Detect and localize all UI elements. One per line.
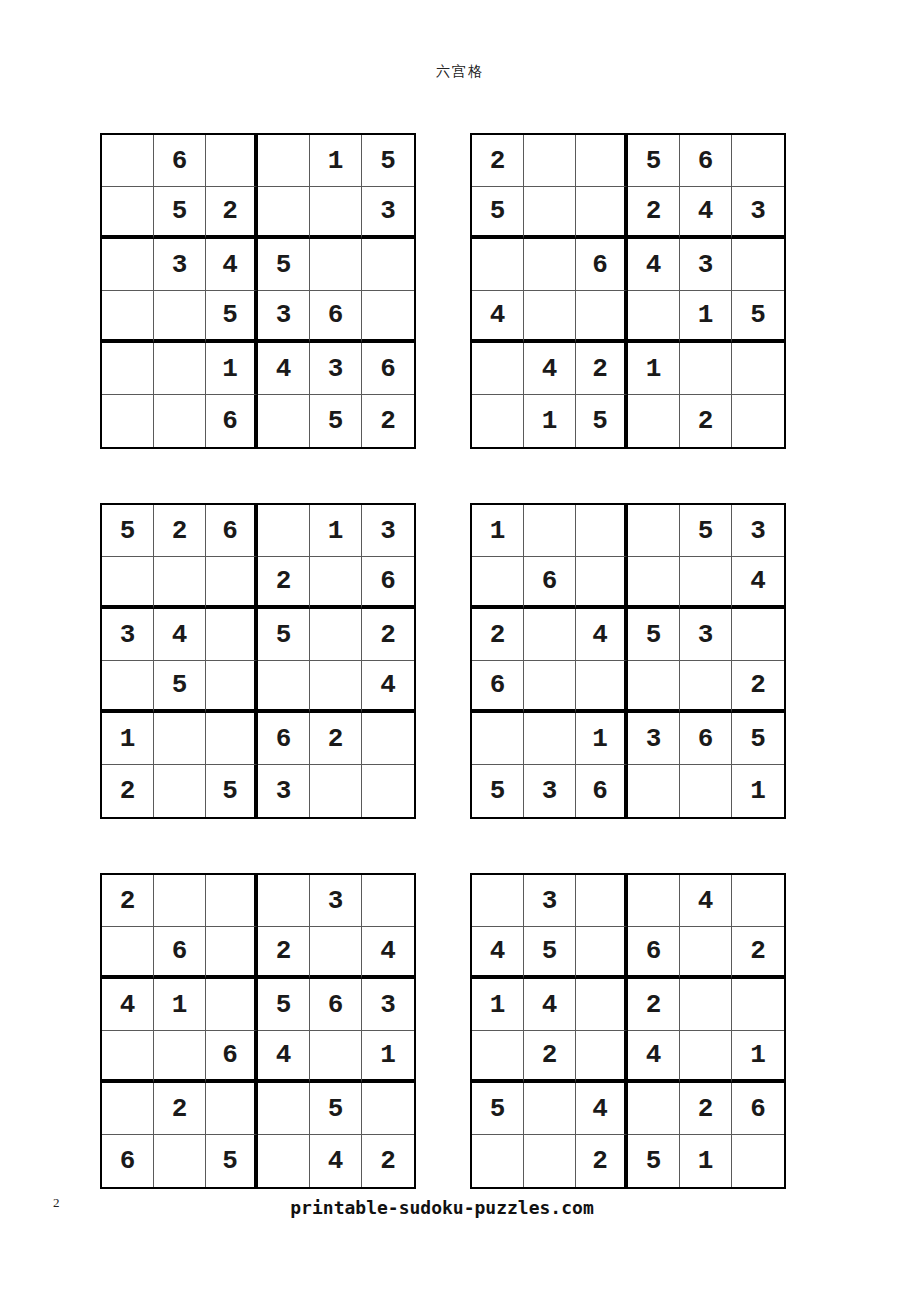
puzzle-1-cell-r5c6: 6 [362,343,414,395]
puzzle-2-cell-r4c3 [576,291,628,343]
puzzle-1-cell-r3c1 [102,239,154,291]
puzzle-1-cell-r5c1 [102,343,154,395]
puzzle-3-cell-r2c1 [102,557,154,609]
puzzle-4-cell-r3c2 [524,609,576,661]
puzzle-5-cell-r5c5: 5 [310,1083,362,1135]
puzzle-2-cell-r3c6 [732,239,784,291]
puzzle-1-cell-r6c5: 5 [310,395,362,447]
puzzle-2-cell-r4c2 [524,291,576,343]
puzzle-6-cell-r1c5: 4 [680,875,732,927]
puzzle-5-cell-r5c3 [206,1083,258,1135]
puzzle-2-cell-r6c6 [732,395,784,447]
puzzle-5-cell-r2c4: 2 [258,927,310,979]
puzzle-1-cell-r3c2: 3 [154,239,206,291]
puzzle-5-cell-r5c2: 2 [154,1083,206,1135]
puzzle-6-cell-r3c2: 4 [524,979,576,1031]
puzzle-1-cell-r1c4 [258,135,310,187]
puzzle-4-cell-r5c6: 5 [732,713,784,765]
puzzle-5-cell-r6c1: 6 [102,1135,154,1187]
puzzle-6-cell-r5c2 [524,1083,576,1135]
puzzle-2-cell-r4c1: 4 [472,291,524,343]
puzzle-6-cell-r6c4: 5 [628,1135,680,1187]
puzzle-2-cell-r1c4: 5 [628,135,680,187]
puzzle-2-cell-r5c4: 1 [628,343,680,395]
footer-site-url: printable-sudoku-puzzles.com [0,1197,884,1218]
puzzle-4-cell-r6c6: 1 [732,765,784,817]
puzzle-2-cell-r6c2: 1 [524,395,576,447]
puzzle-2-cell-r5c2: 4 [524,343,576,395]
puzzle-4-cell-r3c1: 2 [472,609,524,661]
puzzle-4-cell-r2c1 [472,557,524,609]
puzzle-3-cell-r1c4 [258,505,310,557]
puzzle-2-cell-r2c2 [524,187,576,239]
puzzle-1-cell-r5c5: 3 [310,343,362,395]
puzzle-3-cell-r3c2: 4 [154,609,206,661]
puzzle-2-cell-r5c5 [680,343,732,395]
puzzle-4-cell-r5c5: 6 [680,713,732,765]
puzzle-4-cell-r6c4 [628,765,680,817]
puzzle-2-cell-r1c2 [524,135,576,187]
puzzle-1-cell-r1c2: 6 [154,135,206,187]
puzzle-4-cell-r1c5: 5 [680,505,732,557]
puzzle-6-cell-r1c6 [732,875,784,927]
puzzle-6-cell-r2c6: 2 [732,927,784,979]
puzzle-1-cell-r4c4: 3 [258,291,310,343]
puzzle-3-cell-r6c2 [154,765,206,817]
puzzle-6-cell-r3c6 [732,979,784,1031]
puzzle-5-cell-r4c5 [310,1031,362,1083]
puzzle-4-cell-r5c4: 3 [628,713,680,765]
puzzle-6-cell-r4c4: 4 [628,1031,680,1083]
puzzle-6-cell-r2c5 [680,927,732,979]
puzzle-2-cell-r3c5: 3 [680,239,732,291]
puzzle-3-cell-r3c1: 3 [102,609,154,661]
puzzle-4-cell-r4c2 [524,661,576,713]
puzzle-6-cell-r5c1: 5 [472,1083,524,1135]
puzzle-4-cell-r1c6: 3 [732,505,784,557]
puzzle-1-cell-r5c2 [154,343,206,395]
puzzle-5-cell-r1c5: 3 [310,875,362,927]
puzzle-4-cell-r6c5 [680,765,732,817]
puzzle-6-cell-r3c4: 2 [628,979,680,1031]
puzzle-5-cell-r5c6 [362,1083,414,1135]
puzzle-1-cell-r5c4: 4 [258,343,310,395]
puzzle-3-cell-r6c3: 5 [206,765,258,817]
puzzle-2-cell-r4c4 [628,291,680,343]
puzzle-3-cell-r1c1: 5 [102,505,154,557]
puzzle-6-cell-r2c2: 5 [524,927,576,979]
puzzle-5-cell-r5c1 [102,1083,154,1135]
puzzle-3-cell-r2c5 [310,557,362,609]
puzzle-4-cell-r1c4 [628,505,680,557]
puzzle-1-cell-r5c3: 1 [206,343,258,395]
puzzle-3-cell-r6c1: 2 [102,765,154,817]
puzzle-5-cell-r6c2 [154,1135,206,1187]
puzzle-2-cell-r4c6: 5 [732,291,784,343]
puzzle-5-cell-r6c5: 4 [310,1135,362,1187]
puzzle-4-cell-r1c2 [524,505,576,557]
puzzle-1-cell-r3c6 [362,239,414,291]
puzzle-5-cell-r3c4: 5 [258,979,310,1031]
puzzle-2-cell-r2c3 [576,187,628,239]
puzzle-5-cell-r3c3 [206,979,258,1031]
puzzle-2-cell-r1c5: 6 [680,135,732,187]
puzzle-1-cell-r4c2 [154,291,206,343]
puzzle-6-cell-r5c4 [628,1083,680,1135]
puzzle-3-cell-r5c6 [362,713,414,765]
puzzle-1-cell-r6c6: 2 [362,395,414,447]
puzzle-3-cell-r5c2 [154,713,206,765]
puzzle-5-cell-r6c3: 5 [206,1135,258,1187]
puzzle-6-cell-r1c1 [472,875,524,927]
puzzle-4-cell-r3c3: 4 [576,609,628,661]
puzzle-1-cell-r4c3: 5 [206,291,258,343]
puzzle-5-cell-r2c6: 4 [362,927,414,979]
printable-sudoku-page: 六宫格 6155233455361436652 2565243643415421… [0,0,920,1303]
puzzle-2-cell-r6c1 [472,395,524,447]
puzzle-5-cell-r1c3 [206,875,258,927]
puzzle-1-cell-r6c1 [102,395,154,447]
puzzle-grid-1: 6155233455361436652 [100,133,416,449]
puzzle-1-cell-r2c5 [310,187,362,239]
puzzle-2-cell-r3c1 [472,239,524,291]
puzzle-6-cell-r4c6: 1 [732,1031,784,1083]
puzzle-3-cell-r4c4 [258,661,310,713]
puzzle-5-cell-r3c1: 4 [102,979,154,1031]
puzzle-4-cell-r6c1: 5 [472,765,524,817]
puzzle-3-cell-r4c2: 5 [154,661,206,713]
puzzle-4-cell-r5c2 [524,713,576,765]
puzzle-5-cell-r2c3 [206,927,258,979]
puzzle-6-cell-r6c2 [524,1135,576,1187]
puzzle-6-cell-r4c3 [576,1031,628,1083]
puzzle-5-cell-r2c1 [102,927,154,979]
puzzle-1-cell-r6c4 [258,395,310,447]
puzzle-5-cell-r1c2 [154,875,206,927]
puzzle-1-cell-r4c1 [102,291,154,343]
puzzle-6-cell-r6c1 [472,1135,524,1187]
puzzle-6-cell-r6c5: 1 [680,1135,732,1187]
puzzle-5-cell-r6c4 [258,1135,310,1187]
puzzle-2-cell-r2c4: 2 [628,187,680,239]
puzzle-3-cell-r5c1: 1 [102,713,154,765]
puzzle-6-cell-r3c3 [576,979,628,1031]
puzzle-2-cell-r2c6: 3 [732,187,784,239]
puzzle-4-cell-r2c4 [628,557,680,609]
puzzle-3-cell-r3c6: 2 [362,609,414,661]
puzzle-3-cell-r6c5 [310,765,362,817]
puzzle-3-cell-r1c2: 2 [154,505,206,557]
puzzle-4-cell-r3c4: 5 [628,609,680,661]
puzzle-3-cell-r2c3 [206,557,258,609]
puzzle-4-cell-r4c1: 6 [472,661,524,713]
puzzle-4-cell-r2c6: 4 [732,557,784,609]
puzzle-4-cell-r4c3 [576,661,628,713]
puzzle-3-cell-r1c3: 6 [206,505,258,557]
puzzle-5-cell-r1c1: 2 [102,875,154,927]
puzzle-3-cell-r6c6 [362,765,414,817]
puzzle-1-cell-r2c4 [258,187,310,239]
puzzle-4-cell-r2c3 [576,557,628,609]
puzzle-4-cell-r4c6: 2 [732,661,784,713]
puzzle-5-cell-r3c5: 6 [310,979,362,1031]
puzzle-6-cell-r2c1: 4 [472,927,524,979]
puzzle-1-cell-r3c3: 4 [206,239,258,291]
puzzle-6-cell-r1c4 [628,875,680,927]
puzzle-1-cell-r2c1 [102,187,154,239]
puzzle-4-cell-r4c5 [680,661,732,713]
puzzle-4-cell-r1c3 [576,505,628,557]
puzzle-2-cell-r3c4: 4 [628,239,680,291]
puzzle-6-cell-r1c3 [576,875,628,927]
puzzle-3-cell-r4c3 [206,661,258,713]
puzzle-4-cell-r4c4 [628,661,680,713]
puzzle-1-cell-r1c1 [102,135,154,187]
puzzle-2-cell-r2c5: 4 [680,187,732,239]
puzzle-2-cell-r6c3: 5 [576,395,628,447]
puzzle-3-cell-r2c6: 6 [362,557,414,609]
puzzle-3-cell-r1c5: 1 [310,505,362,557]
puzzle-2-cell-r1c1: 2 [472,135,524,187]
puzzle-4-cell-r3c5: 3 [680,609,732,661]
puzzle-2-cell-r3c3: 6 [576,239,628,291]
puzzle-6-cell-r5c6: 6 [732,1083,784,1135]
puzzle-1-cell-r2c6: 3 [362,187,414,239]
puzzle-6-cell-r4c2: 2 [524,1031,576,1083]
puzzle-5-cell-r3c6: 3 [362,979,414,1031]
puzzle-5-cell-r4c2 [154,1031,206,1083]
puzzle-6-cell-r5c5: 2 [680,1083,732,1135]
puzzle-5-cell-r4c1 [102,1031,154,1083]
puzzle-3-cell-r3c5 [310,609,362,661]
puzzle-grid-5: 2362441563641256542 [100,873,416,1189]
puzzle-4-cell-r5c3: 1 [576,713,628,765]
puzzle-3-cell-r2c4: 2 [258,557,310,609]
puzzle-6-cell-r3c1: 1 [472,979,524,1031]
puzzle-2-cell-r5c6 [732,343,784,395]
puzzle-4-cell-r2c2: 6 [524,557,576,609]
puzzle-5-cell-r2c5 [310,927,362,979]
puzzle-5-cell-r4c6: 1 [362,1031,414,1083]
puzzle-5-cell-r5c4 [258,1083,310,1135]
puzzle-6-cell-r6c6 [732,1135,784,1187]
puzzle-6-cell-r5c3: 4 [576,1083,628,1135]
puzzle-2-cell-r3c2 [524,239,576,291]
puzzle-grid-3: 5261326345254162253 [100,503,416,819]
puzzle-grid-6: 3445621422415426251 [470,873,786,1189]
puzzle-1-cell-r1c5: 1 [310,135,362,187]
puzzle-2-cell-r1c3 [576,135,628,187]
puzzle-5-cell-r4c4: 4 [258,1031,310,1083]
puzzle-2-cell-r5c3: 2 [576,343,628,395]
puzzle-5-cell-r4c3: 6 [206,1031,258,1083]
puzzle-6-cell-r2c4: 6 [628,927,680,979]
puzzle-6-cell-r4c5 [680,1031,732,1083]
puzzle-3-cell-r6c4: 3 [258,765,310,817]
puzzle-3-cell-r5c3 [206,713,258,765]
puzzle-5-cell-r2c2: 6 [154,927,206,979]
puzzle-4-cell-r6c2: 3 [524,765,576,817]
puzzle-3-cell-r4c5 [310,661,362,713]
puzzle-6-cell-r4c1 [472,1031,524,1083]
puzzle-6-cell-r2c3 [576,927,628,979]
puzzle-3-cell-r3c3 [206,609,258,661]
puzzle-5-cell-r1c4 [258,875,310,927]
puzzle-2-cell-r6c5: 2 [680,395,732,447]
puzzle-2-cell-r4c5: 1 [680,291,732,343]
puzzle-1-cell-r4c6 [362,291,414,343]
puzzle-4-cell-r1c1: 1 [472,505,524,557]
puzzle-4-cell-r2c5 [680,557,732,609]
puzzle-1-cell-r3c5 [310,239,362,291]
puzzle-6-cell-r6c3: 2 [576,1135,628,1187]
puzzle-3-cell-r1c6: 3 [362,505,414,557]
puzzle-3-cell-r5c4: 6 [258,713,310,765]
puzzle-5-cell-r3c2: 1 [154,979,206,1031]
puzzle-1-cell-r1c6: 5 [362,135,414,187]
puzzle-1-cell-r6c2 [154,395,206,447]
puzzle-2-cell-r1c6 [732,135,784,187]
puzzle-2-cell-r5c1 [472,343,524,395]
puzzle-1-cell-r2c2: 5 [154,187,206,239]
puzzle-1-cell-r4c5: 6 [310,291,362,343]
puzzle-3-cell-r4c1 [102,661,154,713]
puzzle-5-cell-r1c6 [362,875,414,927]
page-title: 六宫格 [0,63,920,81]
puzzle-1-cell-r1c3 [206,135,258,187]
puzzle-3-cell-r2c2 [154,557,206,609]
puzzle-2-cell-r6c4 [628,395,680,447]
puzzle-1-cell-r6c3: 6 [206,395,258,447]
puzzle-grid-4: 1536424536213655361 [470,503,786,819]
puzzle-2-cell-r2c1: 5 [472,187,524,239]
puzzle-5-cell-r6c6: 2 [362,1135,414,1187]
puzzle-4-cell-r3c6 [732,609,784,661]
puzzle-1-cell-r2c3: 2 [206,187,258,239]
puzzle-grid-2: 2565243643415421152 [470,133,786,449]
puzzle-6-cell-r1c2: 3 [524,875,576,927]
puzzle-3-cell-r4c6: 4 [362,661,414,713]
puzzle-3-cell-r3c4: 5 [258,609,310,661]
puzzle-3-cell-r5c5: 2 [310,713,362,765]
puzzle-4-cell-r6c3: 6 [576,765,628,817]
puzzle-4-cell-r5c1 [472,713,524,765]
puzzle-6-cell-r3c5 [680,979,732,1031]
puzzle-1-cell-r3c4: 5 [258,239,310,291]
